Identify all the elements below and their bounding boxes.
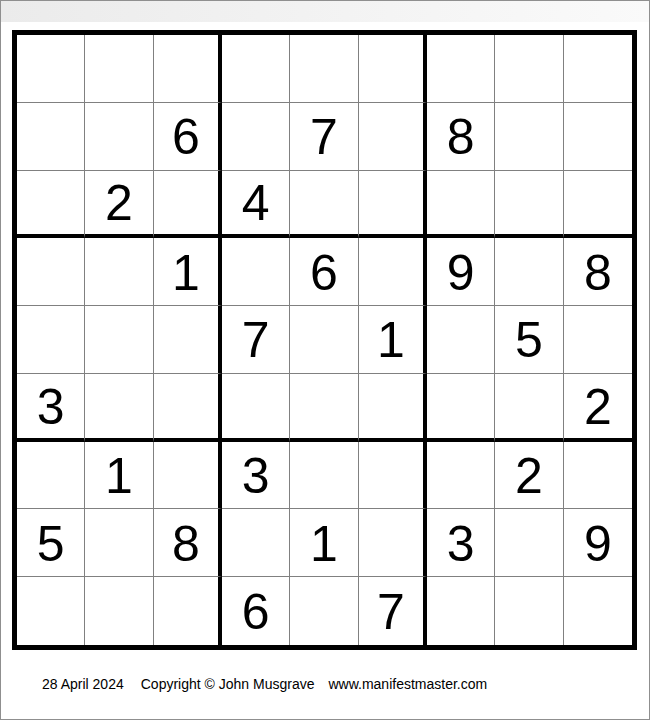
cell-r9c5-empty[interactable] [290,577,358,645]
cell-r9c4-given[interactable]: 6 [222,577,290,645]
cell-r8c2-empty[interactable] [85,509,153,577]
cell-r2c6-empty[interactable] [359,103,427,171]
cell-r9c3-empty[interactable] [154,577,222,645]
cell-r6c3-empty[interactable] [154,374,222,442]
cell-r8c6-empty[interactable] [359,509,427,577]
cell-r6c7-empty[interactable] [427,374,495,442]
cell-r3c7-empty[interactable] [427,171,495,239]
cell-r1c8-empty[interactable] [495,35,563,103]
cell-r8c7-given[interactable]: 3 [427,509,495,577]
cell-r8c9-given[interactable]: 9 [564,509,632,577]
cell-r9c7-empty[interactable] [427,577,495,645]
cell-r2c2-empty[interactable] [85,103,153,171]
cell-r5c1-empty[interactable] [17,306,85,374]
cell-r7c5-empty[interactable] [290,442,358,510]
cell-r9c2-empty[interactable] [85,577,153,645]
cell-r5c3-empty[interactable] [154,306,222,374]
cell-r4c6-empty[interactable] [359,238,427,306]
cell-r3c9-empty[interactable] [564,171,632,239]
cell-r2c7-given[interactable]: 8 [427,103,495,171]
cell-r2c5-given[interactable]: 7 [290,103,358,171]
cell-r1c6-empty[interactable] [359,35,427,103]
cell-r7c1-empty[interactable] [17,442,85,510]
cell-r1c7-empty[interactable] [427,35,495,103]
cell-r7c3-empty[interactable] [154,442,222,510]
cell-r4c1-empty[interactable] [17,238,85,306]
cell-r6c1-given[interactable]: 3 [17,374,85,442]
cell-r5c7-empty[interactable] [427,306,495,374]
cell-r5c8-given[interactable]: 5 [495,306,563,374]
cell-r1c9-empty[interactable] [564,35,632,103]
cell-r3c6-empty[interactable] [359,171,427,239]
footer-copyright: Copyright © John Musgrave [141,676,315,692]
cell-r4c2-empty[interactable] [85,238,153,306]
cell-r3c5-empty[interactable] [290,171,358,239]
cell-r3c4-given[interactable]: 4 [222,171,290,239]
cell-r6c2-empty[interactable] [85,374,153,442]
cell-r1c3-empty[interactable] [154,35,222,103]
cell-r6c8-empty[interactable] [495,374,563,442]
cell-r5c9-empty[interactable] [564,306,632,374]
cell-r7c8-given[interactable]: 2 [495,442,563,510]
cell-r1c1-empty[interactable] [17,35,85,103]
cell-r8c3-given[interactable]: 8 [154,509,222,577]
sudoku-board: 678241698715321325813967 [12,30,637,650]
cell-r3c1-empty[interactable] [17,171,85,239]
cell-r2c8-empty[interactable] [495,103,563,171]
cell-r2c3-given[interactable]: 6 [154,103,222,171]
cell-r6c4-empty[interactable] [222,374,290,442]
cell-r8c5-given[interactable]: 1 [290,509,358,577]
cell-r9c9-empty[interactable] [564,577,632,645]
cell-r4c5-given[interactable]: 6 [290,238,358,306]
cell-r4c9-given[interactable]: 8 [564,238,632,306]
cell-r8c1-given[interactable]: 5 [17,509,85,577]
cell-r1c4-empty[interactable] [222,35,290,103]
cell-r6c9-given[interactable]: 2 [564,374,632,442]
cell-r3c3-empty[interactable] [154,171,222,239]
cell-r1c2-empty[interactable] [85,35,153,103]
cell-r6c5-empty[interactable] [290,374,358,442]
cell-r7c4-given[interactable]: 3 [222,442,290,510]
cell-r7c2-given[interactable]: 1 [85,442,153,510]
cell-r4c7-given[interactable]: 9 [427,238,495,306]
cell-r3c2-given[interactable]: 2 [85,171,153,239]
cell-r5c6-given[interactable]: 1 [359,306,427,374]
cell-r3c8-empty[interactable] [495,171,563,239]
cell-r7c6-empty[interactable] [359,442,427,510]
cell-r4c3-given[interactable]: 1 [154,238,222,306]
cell-r9c1-empty[interactable] [17,577,85,645]
cell-r7c9-empty[interactable] [564,442,632,510]
footer-date: 28 April 2024 [42,676,124,692]
cell-r8c4-empty[interactable] [222,509,290,577]
cell-r7c7-empty[interactable] [427,442,495,510]
cell-r4c4-empty[interactable] [222,238,290,306]
top-toolbar [1,1,649,22]
cell-r5c2-empty[interactable] [85,306,153,374]
cell-r9c6-given[interactable]: 7 [359,577,427,645]
cell-r2c1-empty[interactable] [17,103,85,171]
cell-r9c8-empty[interactable] [495,577,563,645]
cell-r6c6-empty[interactable] [359,374,427,442]
footer-website: www.manifestmaster.com [328,676,487,692]
cell-r8c8-empty[interactable] [495,509,563,577]
cell-r2c4-empty[interactable] [222,103,290,171]
cell-r1c5-empty[interactable] [290,35,358,103]
footer: 28 April 2024Copyright © John Musgraveww… [42,674,487,694]
cell-r4c8-empty[interactable] [495,238,563,306]
cell-r5c4-given[interactable]: 7 [222,306,290,374]
cell-r5c5-empty[interactable] [290,306,358,374]
cell-r2c9-empty[interactable] [564,103,632,171]
